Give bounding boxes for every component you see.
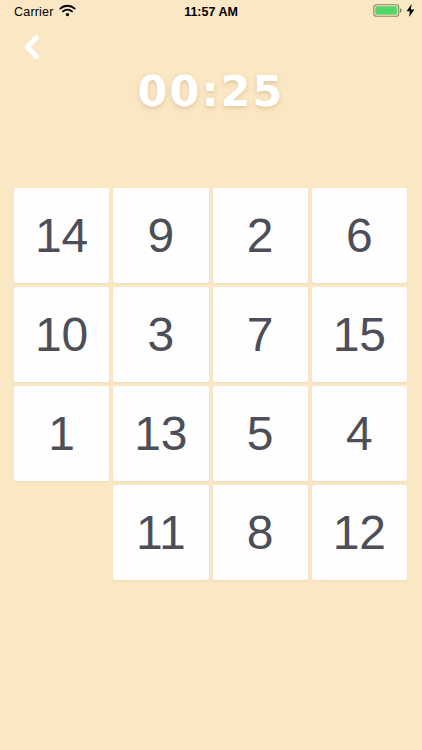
tile-7[interactable]: 7 [213, 287, 308, 382]
chevron-left-icon [21, 33, 43, 64]
tile-12[interactable]: 12 [312, 485, 407, 580]
tile-14[interactable]: 14 [14, 188, 109, 283]
battery-full-charging-icon [373, 4, 403, 20]
tile-3[interactable]: 3 [113, 287, 208, 382]
status-bar: Carrier 11:57 AM [0, 0, 422, 24]
tile-8[interactable]: 8 [213, 485, 308, 580]
tile-10[interactable]: 10 [14, 287, 109, 382]
game-screen: Carrier 11:57 AM [0, 0, 422, 750]
timer-display: 00:25 [0, 66, 422, 116]
tile-11[interactable]: 11 [113, 485, 208, 580]
tile-9[interactable]: 9 [113, 188, 208, 283]
tile-13[interactable]: 13 [113, 386, 208, 481]
tile-1[interactable]: 1 [14, 386, 109, 481]
board: 149261037151135411812 [14, 188, 407, 580]
status-right [373, 0, 415, 24]
tile-15[interactable]: 15 [312, 287, 407, 382]
tile-5[interactable]: 5 [213, 386, 308, 481]
status-time: 11:57 AM [0, 0, 422, 24]
tile-6[interactable]: 6 [312, 188, 407, 283]
tile-4[interactable]: 4 [312, 386, 407, 481]
back-button[interactable] [12, 30, 52, 66]
charging-bolt-icon [406, 4, 415, 20]
empty-cell [14, 485, 109, 580]
tile-2[interactable]: 2 [213, 188, 308, 283]
